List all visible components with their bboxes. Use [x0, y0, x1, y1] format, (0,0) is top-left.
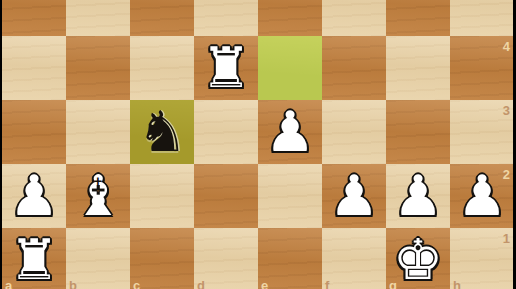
- bishop-cross-detail: +: [66, 173, 130, 188]
- square-d3[interactable]: [194, 100, 258, 164]
- square-a3[interactable]: [2, 100, 66, 164]
- square-f4[interactable]: [322, 36, 386, 100]
- file-label-b: b: [69, 279, 77, 289]
- square-c4[interactable]: [130, 36, 194, 100]
- square-b3[interactable]: [66, 100, 130, 164]
- square-c2[interactable]: [130, 164, 194, 228]
- square-b5[interactable]: [66, 0, 130, 36]
- rank-label-2: 2: [503, 168, 510, 181]
- square-d5[interactable]: [194, 0, 258, 36]
- file-label-h: h: [453, 279, 461, 289]
- white-rook-d4[interactable]: ♜: [194, 36, 258, 100]
- file-label-f: f: [325, 279, 329, 289]
- chess-board: ♜♞♟♟♝+♟♟♟♜♚4321abcdefgh: [2, 0, 514, 289]
- white-pawn-a2[interactable]: ♟: [2, 164, 66, 228]
- square-e4[interactable]: [258, 36, 322, 100]
- file-label-d: d: [197, 279, 205, 289]
- square-c5[interactable]: [130, 0, 194, 36]
- square-e5[interactable]: [258, 0, 322, 36]
- rank-label-3: 3: [503, 104, 510, 117]
- square-h5[interactable]: [450, 0, 514, 36]
- square-b4[interactable]: [66, 36, 130, 100]
- black-knight-c3[interactable]: ♞: [130, 100, 194, 164]
- square-g5[interactable]: [386, 0, 450, 36]
- file-label-a: a: [5, 279, 12, 289]
- file-label-e: e: [261, 279, 268, 289]
- white-pawn-e3[interactable]: ♟: [258, 100, 322, 164]
- square-a5[interactable]: [2, 0, 66, 36]
- square-a4[interactable]: [2, 36, 66, 100]
- square-e2[interactable]: [258, 164, 322, 228]
- square-g3[interactable]: [386, 100, 450, 164]
- file-label-g: g: [389, 279, 397, 289]
- square-f3[interactable]: [322, 100, 386, 164]
- square-d2[interactable]: [194, 164, 258, 228]
- video-frame: ♜♞♟♟♝+♟♟♟♜♚4321abcdefgh: [0, 0, 516, 289]
- rank-label-1: 1: [503, 232, 510, 245]
- letterbox-left-bar: [0, 0, 2, 289]
- square-g4[interactable]: [386, 36, 450, 100]
- file-label-c: c: [133, 279, 140, 289]
- square-f5[interactable]: [322, 0, 386, 36]
- white-pawn-g2[interactable]: ♟: [386, 164, 450, 228]
- square-f1[interactable]: [322, 228, 386, 289]
- white-pawn-f2[interactable]: ♟: [322, 164, 386, 228]
- rank-label-4: 4: [503, 40, 510, 53]
